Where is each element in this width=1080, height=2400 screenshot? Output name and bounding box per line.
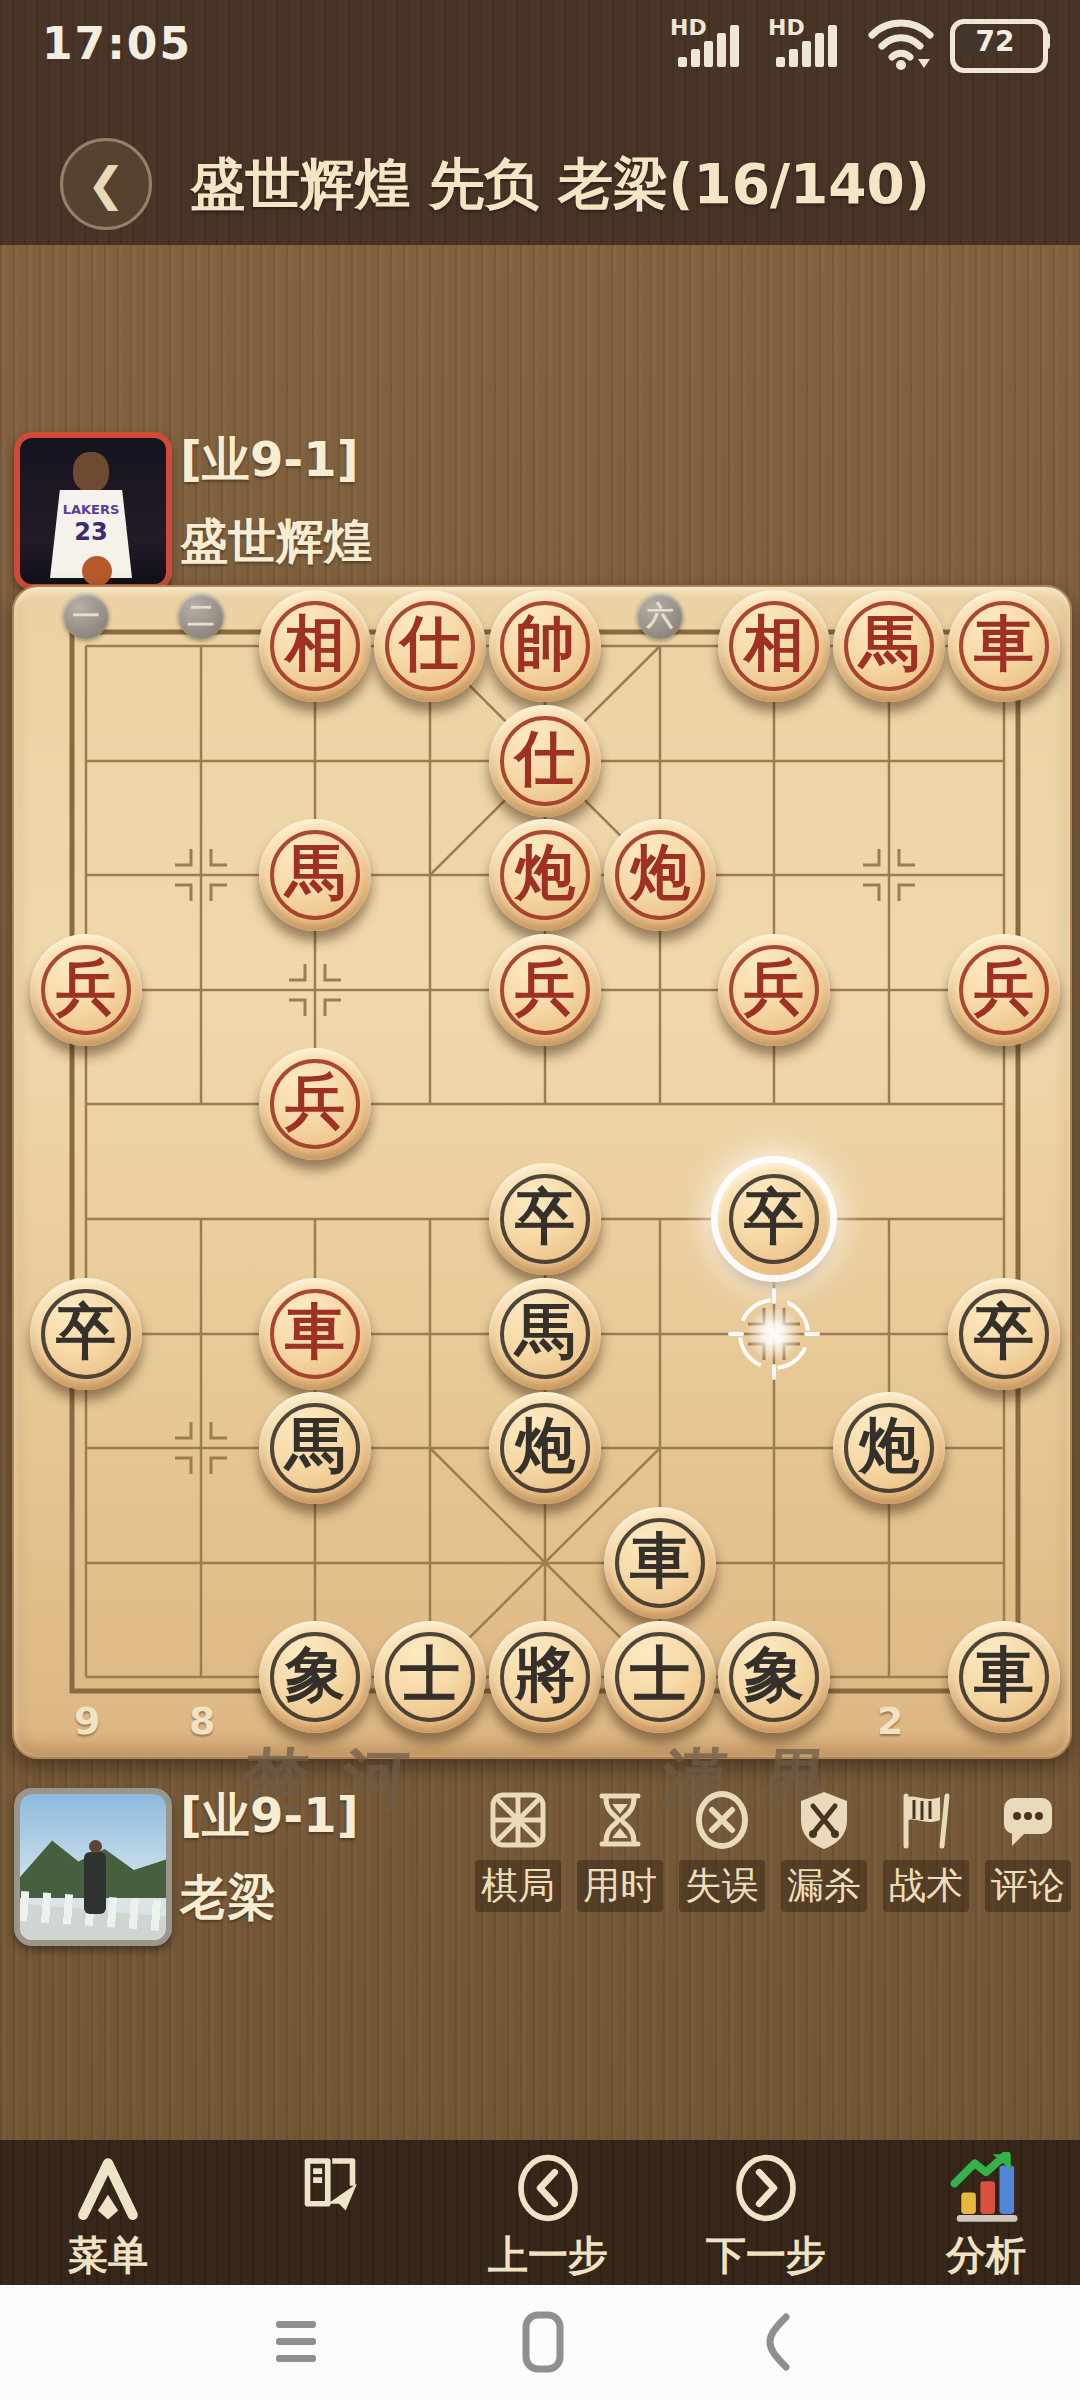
last-move-origin-crosshair — [726, 1286, 822, 1382]
battery-percent: 72 — [956, 25, 1034, 58]
nav-next-step[interactable]: 下一步 — [676, 2152, 856, 2283]
tool-missed-wins[interactable]: 漏杀 — [772, 1788, 876, 1912]
piece-black-士[interactable]: 士 — [374, 1621, 486, 1733]
file-label-top: 一 — [63, 593, 109, 639]
svg-text:HD: HD — [768, 15, 805, 40]
piece-black-卒[interactable]: 卒 — [489, 1163, 601, 1275]
bottom-player-rank: [业9-1] — [180, 1784, 359, 1848]
top-player-avatar[interactable]: LAKERS23 — [14, 432, 172, 590]
flag-icon — [894, 1788, 958, 1852]
analysis-chart-icon — [950, 2152, 1022, 2224]
piece-black-象[interactable]: 象 — [718, 1621, 830, 1733]
prev-step-icon — [512, 2152, 584, 2224]
file-label-bottom: 8 — [189, 1699, 215, 1743]
file-label-top: 二 — [178, 593, 224, 639]
book-study-icon — [294, 2152, 366, 2224]
tool-time-used[interactable]: 用时 — [568, 1788, 672, 1912]
tool-label: 用时 — [577, 1860, 663, 1912]
piece-black-卒[interactable]: 卒 — [948, 1278, 1060, 1390]
recents-lines-icon[interactable] — [268, 2307, 338, 2377]
file-label-bottom: 9 — [74, 1699, 100, 1743]
piece-red-帥[interactable]: 帥 — [489, 590, 601, 702]
page-title: 盛世辉煌 先负 老梁(16/140) — [190, 148, 1050, 222]
wifi-icon — [866, 13, 936, 71]
piece-black-將[interactable]: 將 — [489, 1621, 601, 1733]
piece-red-兵[interactable]: 兵 — [30, 934, 142, 1046]
nav-label: 菜单 — [68, 2228, 148, 2283]
status-icons: HD HD 72 — [670, 12, 1054, 72]
tool-label: 漏杀 — [781, 1860, 867, 1912]
next-step-icon — [730, 2152, 802, 2224]
piece-black-車[interactable]: 車 — [948, 1621, 1060, 1733]
top-player-name: 盛世辉煌 — [180, 510, 372, 574]
piece-red-兵[interactable]: 兵 — [718, 934, 830, 1046]
piece-red-車[interactable]: 車 — [259, 1278, 371, 1390]
piece-red-馬[interactable]: 馬 — [259, 819, 371, 931]
hourglass-icon — [588, 1788, 652, 1852]
piece-black-馬[interactable]: 馬 — [259, 1392, 371, 1504]
piece-black-炮[interactable]: 炮 — [489, 1392, 601, 1504]
piece-red-相[interactable]: 相 — [259, 590, 371, 702]
piece-black-馬[interactable]: 馬 — [489, 1278, 601, 1390]
nav-menu[interactable]: 菜单 — [18, 2152, 198, 2283]
nav-prev-step[interactable]: 上一步 — [458, 2152, 638, 2283]
tool-label: 战术 — [883, 1860, 969, 1912]
piece-red-兵[interactable]: 兵 — [948, 934, 1060, 1046]
xiangqi-board[interactable]: 楚河 漢界 一二六982相仕帥相馬車仕馬炮炮兵兵兵兵兵卒卒卒車馬卒馬炮炮車象士將… — [12, 585, 1072, 1759]
back-button[interactable]: ❮ — [60, 138, 152, 230]
piece-black-炮[interactable]: 炮 — [833, 1392, 945, 1504]
svg-text:HD: HD — [670, 15, 707, 40]
tool-label: 评论 — [985, 1860, 1071, 1912]
back-chevron-icon: ❮ — [87, 157, 126, 211]
piece-red-車[interactable]: 車 — [948, 590, 1060, 702]
top-player-rank: [业9-1] — [180, 428, 359, 492]
tool-game-board[interactable]: 棋局 — [466, 1788, 570, 1912]
tool-label: 失误 — [679, 1860, 765, 1912]
piece-red-炮[interactable]: 炮 — [604, 819, 716, 931]
tool-label: 棋局 — [475, 1860, 561, 1912]
piece-red-馬[interactable]: 馬 — [833, 590, 945, 702]
battery-icon: 72 — [950, 17, 1054, 67]
piece-red-仕[interactable]: 仕 — [489, 705, 601, 817]
piece-black-車[interactable]: 車 — [604, 1507, 716, 1619]
nav-analysis[interactable]: 分析 — [896, 2152, 1076, 2283]
nav-label: 下一步 — [706, 2228, 826, 2283]
home-square-icon[interactable] — [508, 2307, 578, 2377]
piece-black-象[interactable]: 象 — [259, 1621, 371, 1733]
bottom-player-avatar[interactable] — [14, 1788, 172, 1946]
nav-label: 上一步 — [488, 2228, 608, 2283]
android-back-icon[interactable] — [742, 2307, 812, 2377]
piece-red-炮[interactable]: 炮 — [489, 819, 601, 931]
piece-red-相[interactable]: 相 — [718, 590, 830, 702]
android-nav-bar — [0, 2285, 1080, 2400]
piece-black-卒[interactable]: 卒 — [30, 1278, 142, 1390]
comment-bubble-icon — [996, 1788, 1060, 1852]
file-label-top: 六 — [637, 593, 683, 639]
avatar-photo-basketball: LAKERS23 — [20, 438, 166, 584]
piece-red-兵[interactable]: 兵 — [489, 934, 601, 1046]
piece-red-仕[interactable]: 仕 — [374, 590, 486, 702]
bottom-player-name: 老梁 — [180, 1866, 276, 1930]
nav-label: 分析 — [946, 2228, 1026, 2283]
shield-knives-icon — [792, 1788, 856, 1852]
piece-red-兵[interactable]: 兵 — [259, 1048, 371, 1160]
avatar-photo-landscape — [20, 1794, 166, 1940]
tool-tactics[interactable]: 战术 — [874, 1788, 978, 1912]
circle-x-icon — [690, 1788, 754, 1852]
cell-signal-1-icon: HD — [670, 13, 754, 71]
cell-signal-2-icon: HD — [768, 13, 852, 71]
xiangqi-review-screen: 17:05 HD HD 72 ❮ 盛世辉煌 先负 老梁(16/140) LA — [0, 0, 1080, 2400]
piece-black-卒[interactable]: 卒 — [718, 1163, 830, 1275]
file-label-bottom: 2 — [877, 1699, 903, 1743]
nav-study-book[interactable] — [240, 2152, 420, 2228]
clock-time: 17:05 — [42, 18, 192, 69]
menu-arrow-icon — [72, 2152, 144, 2224]
tool-mistakes[interactable]: 失误 — [670, 1788, 774, 1912]
piece-black-士[interactable]: 士 — [604, 1621, 716, 1733]
tool-comments[interactable]: 评论 — [976, 1788, 1080, 1912]
board-grid-icon — [486, 1788, 550, 1852]
